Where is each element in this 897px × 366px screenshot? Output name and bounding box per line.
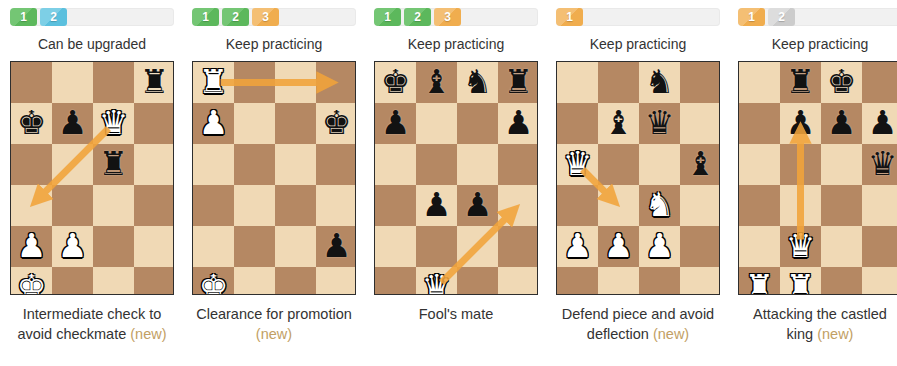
caption-new-label: (new) xyxy=(256,326,292,342)
board-square: ♟ xyxy=(52,103,93,144)
black-pawn-piece: ♟ xyxy=(416,185,457,226)
board-square xyxy=(739,103,780,144)
board-square xyxy=(234,103,275,144)
black-queen-piece: ♛ xyxy=(862,144,897,185)
caption-new-label: (new) xyxy=(130,326,166,342)
progress-track: 1 xyxy=(556,8,720,26)
progress-step-badge: 1 xyxy=(556,8,583,26)
black-pawn-piece: ♟ xyxy=(375,103,416,144)
board-square xyxy=(416,226,457,267)
board-square xyxy=(134,144,174,185)
board-square xyxy=(739,144,780,185)
board-grid: ♞♝♛♛♝♞♟♟♟ xyxy=(557,62,720,295)
black-pawn-piece: ♟ xyxy=(780,103,821,144)
board-square: ♚ xyxy=(821,62,862,103)
white-queen-piece: ♛ xyxy=(780,226,821,267)
black-bishop-piece: ♝ xyxy=(680,144,720,185)
board-square xyxy=(680,185,720,226)
board-square xyxy=(739,62,780,103)
board-square xyxy=(52,144,93,185)
board-square xyxy=(134,103,174,144)
board-square: ♟ xyxy=(11,226,52,267)
board-square xyxy=(598,62,639,103)
puzzle-caption: Defend piece and avoid deflection (new) xyxy=(556,304,720,344)
board-grid: ♜♚♟♛♜♟♟♚ xyxy=(11,62,174,295)
board-square xyxy=(275,185,316,226)
board-square: ♚ xyxy=(193,267,234,295)
board-square: ♜ xyxy=(93,144,134,185)
progress-track: 123 xyxy=(374,8,538,26)
white-king-piece: ♚ xyxy=(11,267,52,295)
board-square: ♜ xyxy=(780,62,821,103)
black-knight-piece: ♞ xyxy=(639,62,680,103)
board-square xyxy=(862,267,897,295)
white-rook-piece: ♜ xyxy=(193,62,234,103)
white-knight-piece: ♞ xyxy=(639,185,680,226)
white-rook-piece: ♜ xyxy=(780,267,821,295)
board-square xyxy=(93,62,134,103)
board-square: ♟ xyxy=(193,103,234,144)
status-text: Keep practicing xyxy=(192,36,356,53)
progress-track: 12 xyxy=(738,8,897,26)
board-square: ♝ xyxy=(598,103,639,144)
board-square: ♟ xyxy=(557,226,598,267)
board-square: ♟ xyxy=(498,103,538,144)
board-square xyxy=(498,267,538,295)
black-king-piece: ♚ xyxy=(821,62,862,103)
black-pawn-piece: ♟ xyxy=(52,103,93,144)
board-square xyxy=(375,267,416,295)
board-square xyxy=(862,226,897,267)
black-rook-piece: ♜ xyxy=(134,62,174,103)
board-square xyxy=(557,62,598,103)
white-pawn-piece: ♟ xyxy=(557,226,598,267)
board-square xyxy=(821,144,862,185)
black-king-piece: ♚ xyxy=(316,103,356,144)
board-square: ♟ xyxy=(316,226,356,267)
board-square xyxy=(821,185,862,226)
board-square: ♛ xyxy=(862,144,897,185)
board-square xyxy=(52,267,93,295)
white-queen-piece: ♛ xyxy=(416,267,457,295)
puzzle-card[interactable]: 123 Keep practicing ♚♝♞♜♟♟♟♟♛ Fool's mat… xyxy=(374,8,538,344)
board-square xyxy=(134,226,174,267)
board-grid: ♚♝♞♜♟♟♟♟♛ xyxy=(375,62,538,295)
caption-text: Clearance for promotion xyxy=(196,306,352,322)
board-square xyxy=(275,62,316,103)
puzzle-caption: Intermediate check to avoid checkmate (n… xyxy=(10,304,174,344)
board-square: ♜ xyxy=(498,62,538,103)
board-square xyxy=(375,144,416,185)
board-square: ♞ xyxy=(457,62,498,103)
board-square xyxy=(739,185,780,226)
board-square xyxy=(134,185,174,226)
board-square: ♟ xyxy=(862,103,897,144)
chess-board[interactable]: ♜♚♟♛♜♟♟♚ xyxy=(10,61,174,295)
board-square xyxy=(275,144,316,185)
board-square xyxy=(680,103,720,144)
caption-text: Fool's mate xyxy=(419,306,494,322)
board-square xyxy=(234,185,275,226)
progress-step-badge: 3 xyxy=(434,8,461,26)
board-square xyxy=(639,267,680,295)
board-square xyxy=(639,144,680,185)
board-square xyxy=(457,267,498,295)
caption-text: Defend piece and avoid deflection xyxy=(562,306,714,342)
board-square: ♜ xyxy=(780,267,821,295)
white-pawn-piece: ♟ xyxy=(639,226,680,267)
puzzle-cards-row: 12 Can be upgraded ♜♚♟♛♜♟♟♚ Intermediate… xyxy=(0,0,897,344)
white-queen-piece: ♛ xyxy=(557,144,598,185)
board-square xyxy=(557,103,598,144)
black-rook-piece: ♜ xyxy=(93,144,134,185)
board-square xyxy=(52,62,93,103)
white-king-piece: ♚ xyxy=(193,267,234,295)
black-rook-piece: ♜ xyxy=(498,62,538,103)
board-square: ♞ xyxy=(639,185,680,226)
chess-board[interactable]: ♜♟♚♟♚ xyxy=(192,61,356,295)
board-square xyxy=(557,267,598,295)
board-square: ♟ xyxy=(52,226,93,267)
board-square xyxy=(680,226,720,267)
board-square: ♝ xyxy=(680,144,720,185)
board-square: ♚ xyxy=(11,103,52,144)
black-queen-piece: ♛ xyxy=(639,103,680,144)
board-square: ♟ xyxy=(821,103,862,144)
black-king-piece: ♚ xyxy=(11,103,52,144)
board-square xyxy=(316,62,356,103)
board-square xyxy=(375,185,416,226)
black-king-piece: ♚ xyxy=(375,62,416,103)
board-square xyxy=(11,144,52,185)
board-grid: ♜♚♟♟♟♛♛♜♜ xyxy=(739,62,897,295)
board-square: ♟ xyxy=(457,185,498,226)
black-bishop-piece: ♝ xyxy=(416,62,457,103)
board-square xyxy=(498,144,538,185)
progress-step-badge: 1 xyxy=(10,8,37,26)
board-square xyxy=(598,185,639,226)
board-square xyxy=(457,226,498,267)
board-square xyxy=(780,185,821,226)
board-square xyxy=(680,267,720,295)
board-square xyxy=(557,185,598,226)
board-square xyxy=(11,185,52,226)
status-text: Keep practicing xyxy=(374,36,538,53)
black-pawn-piece: ♟ xyxy=(821,103,862,144)
progress-step-badge: 2 xyxy=(404,8,431,26)
board-square xyxy=(598,267,639,295)
progress-track: 123 xyxy=(192,8,356,26)
board-square xyxy=(598,144,639,185)
board-square: ♚ xyxy=(375,62,416,103)
board-square xyxy=(93,185,134,226)
progress-step-badge: 3 xyxy=(252,8,279,26)
board-square xyxy=(416,144,457,185)
board-square: ♛ xyxy=(557,144,598,185)
board-square: ♛ xyxy=(416,267,457,295)
black-pawn-piece: ♟ xyxy=(862,103,897,144)
white-queen-piece: ♛ xyxy=(93,103,134,144)
board-square: ♟ xyxy=(598,226,639,267)
board-square xyxy=(93,226,134,267)
board-square xyxy=(375,226,416,267)
board-square: ♞ xyxy=(639,62,680,103)
board-square xyxy=(739,226,780,267)
board-square xyxy=(193,144,234,185)
white-pawn-piece: ♟ xyxy=(11,226,52,267)
progress-track: 12 xyxy=(10,8,174,26)
board-square xyxy=(821,226,862,267)
puzzle-card[interactable]: 1 Keep practicing ♞♝♛♛♝♞♟♟♟ Defend piece… xyxy=(556,8,720,344)
caption-new-label: (new) xyxy=(653,326,689,342)
black-pawn-piece: ♟ xyxy=(498,103,538,144)
board-square xyxy=(93,267,134,295)
puzzle-caption: Fool's mate xyxy=(374,304,538,324)
caption-new-label: (new) xyxy=(817,326,853,342)
board-square: ♛ xyxy=(93,103,134,144)
board-square xyxy=(234,267,275,295)
white-pawn-piece: ♟ xyxy=(52,226,93,267)
board-square: ♟ xyxy=(375,103,416,144)
board-square xyxy=(52,185,93,226)
chess-board[interactable]: ♜♚♟♟♟♛♛♜♜ xyxy=(738,61,897,295)
black-rook-piece: ♜ xyxy=(780,62,821,103)
board-square: ♜ xyxy=(739,267,780,295)
board-square xyxy=(275,267,316,295)
board-square xyxy=(780,144,821,185)
board-square: ♚ xyxy=(11,267,52,295)
board-square: ♝ xyxy=(416,62,457,103)
progress-step-badge: 1 xyxy=(192,8,219,26)
progress-step-badge: 2 xyxy=(222,8,249,26)
board-square xyxy=(680,62,720,103)
board-square xyxy=(275,103,316,144)
board-square xyxy=(234,226,275,267)
board-square xyxy=(134,267,174,295)
progress-step-badge: 2 xyxy=(40,8,67,26)
board-square xyxy=(457,144,498,185)
board-square xyxy=(821,267,862,295)
progress-step-badge: 2 xyxy=(768,8,795,26)
board-square xyxy=(862,185,897,226)
board-square: ♛ xyxy=(780,226,821,267)
board-square: ♛ xyxy=(639,103,680,144)
puzzle-caption: Clearance for promotion (new) xyxy=(192,304,356,344)
black-knight-piece: ♞ xyxy=(457,62,498,103)
board-grid: ♜♟♚♟♚ xyxy=(193,62,356,295)
board-square: ♟ xyxy=(639,226,680,267)
board-square xyxy=(234,62,275,103)
board-square xyxy=(316,144,356,185)
black-bishop-piece: ♝ xyxy=(598,103,639,144)
board-square: ♟ xyxy=(416,185,457,226)
puzzle-caption: Attacking the castled king (new) xyxy=(738,304,897,344)
board-square xyxy=(193,226,234,267)
board-square xyxy=(275,226,316,267)
puzzle-card[interactable]: 123 Keep practicing ♜♟♚♟♚ Clearance for … xyxy=(192,8,356,344)
board-square xyxy=(498,226,538,267)
progress-step-badge: 1 xyxy=(374,8,401,26)
board-square: ♚ xyxy=(316,103,356,144)
progress-step-badge: 1 xyxy=(738,8,765,26)
status-text: Keep practicing xyxy=(556,36,720,53)
board-square xyxy=(193,185,234,226)
board-square xyxy=(234,144,275,185)
board-square: ♜ xyxy=(134,62,174,103)
white-pawn-piece: ♟ xyxy=(193,103,234,144)
board-square: ♟ xyxy=(780,103,821,144)
white-pawn-piece: ♟ xyxy=(598,226,639,267)
board-square xyxy=(862,62,897,103)
board-square xyxy=(11,62,52,103)
black-pawn-piece: ♟ xyxy=(316,226,356,267)
board-square: ♜ xyxy=(193,62,234,103)
board-square xyxy=(498,185,538,226)
board-square xyxy=(416,103,457,144)
chess-board[interactable]: ♞♝♛♛♝♞♟♟♟ xyxy=(556,61,720,295)
black-pawn-piece: ♟ xyxy=(457,185,498,226)
puzzle-card[interactable]: 12 Keep practicing ♜♚♟♟♟♛♛♜♜ Attacking t… xyxy=(738,8,897,344)
status-text: Keep practicing xyxy=(738,36,897,53)
puzzle-card[interactable]: 12 Can be upgraded ♜♚♟♛♜♟♟♚ Intermediate… xyxy=(10,8,174,344)
board-square xyxy=(316,267,356,295)
status-text: Can be upgraded xyxy=(10,36,174,53)
white-rook-piece: ♜ xyxy=(739,267,780,295)
chess-board[interactable]: ♚♝♞♜♟♟♟♟♛ xyxy=(374,61,538,295)
board-square xyxy=(316,185,356,226)
board-square xyxy=(457,103,498,144)
